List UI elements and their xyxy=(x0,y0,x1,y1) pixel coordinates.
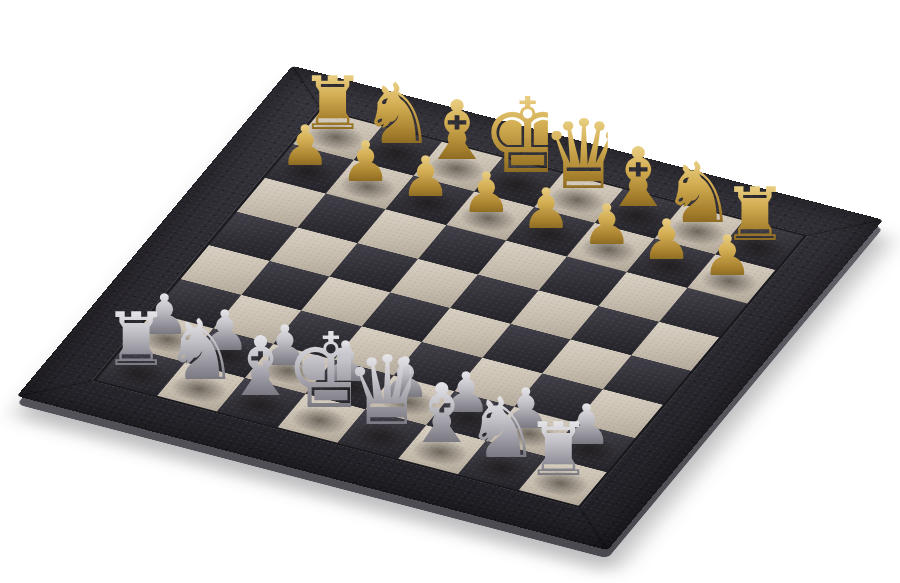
piece-white-knight[interactable]: ♞ xyxy=(465,387,531,471)
piece-black-pawn[interactable]: ♟ xyxy=(332,134,399,190)
piece-black-pawn[interactable]: ♟ xyxy=(693,228,760,284)
square-a7[interactable]: ♟ xyxy=(687,254,775,303)
piece-white-queen[interactable]: ♛ xyxy=(344,343,411,439)
piece-white-rook[interactable]: ♜ xyxy=(103,302,170,376)
piece-white-knight[interactable]: ♞ xyxy=(163,308,230,392)
piece-white-king[interactable]: ♚ xyxy=(284,319,351,423)
chessboard-3d-wrapper: ♜♞♝♚♛♝♞♜♟♟♟♟♟♟♟♟♟♟♟♟♟♟♟♟♜♞♝♚♛♝♞♜ xyxy=(17,66,883,551)
square-e5[interactable] xyxy=(390,259,478,308)
piece-white-bishop[interactable]: ♝ xyxy=(404,373,471,455)
leather-board-border: ♜♞♝♚♛♝♞♜♟♟♟♟♟♟♟♟♟♟♟♟♟♟♟♟♜♞♝♚♛♝♞♜ xyxy=(17,66,883,551)
piece-black-pawn[interactable]: ♟ xyxy=(452,165,518,221)
piece-white-bishop[interactable]: ♝ xyxy=(223,326,289,408)
piece-black-pawn[interactable]: ♟ xyxy=(633,212,700,268)
piece-black-pawn[interactable]: ♟ xyxy=(513,181,580,237)
photo-stage: ♜♞♝♚♛♝♞♜♟♟♟♟♟♟♟♟♟♟♟♟♟♟♟♟♜♞♝♚♛♝♞♜ xyxy=(0,0,900,583)
square-a1[interactable]: ♜ xyxy=(518,456,606,505)
piece-black-pawn[interactable]: ♟ xyxy=(392,150,459,206)
piece-black-pawn[interactable]: ♟ xyxy=(573,197,640,253)
piece-black-pawn[interactable]: ♟ xyxy=(272,118,339,174)
piece-white-rook[interactable]: ♜ xyxy=(525,412,592,486)
